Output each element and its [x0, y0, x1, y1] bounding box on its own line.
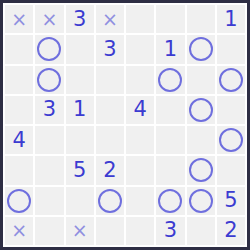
- cell-r1c6[interactable]: [187, 35, 215, 63]
- cell-r4c1[interactable]: [35, 126, 63, 154]
- cell-r6c0[interactable]: [5, 187, 33, 215]
- clue-digit: 5: [73, 160, 86, 181]
- cell-r2c2[interactable]: [66, 66, 94, 94]
- circle-mark: [37, 68, 61, 92]
- cell-r6c2[interactable]: [66, 187, 94, 215]
- cell-r7c2[interactable]: ×: [66, 217, 94, 245]
- cell-r3c0[interactable]: [5, 96, 33, 124]
- cell-r7c7[interactable]: 2: [217, 217, 245, 245]
- cell-r0c4[interactable]: [126, 5, 154, 33]
- cell-r5c7[interactable]: [217, 156, 245, 184]
- cell-r0c0[interactable]: ×: [5, 5, 33, 33]
- cell-r3c7[interactable]: [217, 96, 245, 124]
- cross-mark: ×: [11, 10, 27, 29]
- cell-r2c1[interactable]: [35, 66, 63, 94]
- circle-mark: [189, 37, 213, 61]
- cell-r7c3[interactable]: [96, 217, 124, 245]
- cell-r6c3[interactable]: [96, 187, 124, 215]
- circle-mark: [189, 158, 213, 182]
- cell-r6c4[interactable]: [126, 187, 154, 215]
- cell-r5c6[interactable]: [187, 156, 215, 184]
- cell-r2c7[interactable]: [217, 66, 245, 94]
- cell-r7c4[interactable]: [126, 217, 154, 245]
- clue-digit: 1: [73, 99, 86, 120]
- cell-r1c1[interactable]: [35, 35, 63, 63]
- clue-digit: 1: [164, 39, 177, 60]
- cell-r1c0[interactable]: [5, 35, 33, 63]
- circle-mark: [219, 68, 243, 92]
- cell-r4c2[interactable]: [66, 126, 94, 154]
- cell-r2c6[interactable]: [187, 66, 215, 94]
- cell-r1c2[interactable]: [66, 35, 94, 63]
- cell-r1c4[interactable]: [126, 35, 154, 63]
- cell-r1c7[interactable]: [217, 35, 245, 63]
- cross-mark: ×: [11, 221, 27, 240]
- circle-mark: [7, 189, 31, 213]
- cell-r4c0[interactable]: 4: [5, 126, 33, 154]
- cell-r5c4[interactable]: [126, 156, 154, 184]
- clue-digit: 3: [43, 99, 56, 120]
- cell-r5c1[interactable]: [35, 156, 63, 184]
- cell-r4c6[interactable]: [187, 126, 215, 154]
- cross-mark: ×: [41, 10, 57, 29]
- clue-digit: 3: [73, 9, 86, 30]
- cell-r2c3[interactable]: [96, 66, 124, 94]
- clue-digit: 2: [224, 220, 237, 241]
- cell-r0c6[interactable]: [187, 5, 215, 33]
- cell-r4c3[interactable]: [96, 126, 124, 154]
- cross-mark: ×: [102, 10, 118, 29]
- clue-digit: 3: [164, 220, 177, 241]
- clue-digit: 3: [103, 39, 116, 60]
- clue-digit: 4: [133, 99, 146, 120]
- cell-r3c3[interactable]: [96, 96, 124, 124]
- circle-mark: [219, 128, 243, 152]
- cell-r1c5[interactable]: 1: [156, 35, 184, 63]
- cell-r7c5[interactable]: 3: [156, 217, 184, 245]
- cell-r7c0[interactable]: ×: [5, 217, 33, 245]
- circle-mark: [98, 189, 122, 213]
- cell-r2c4[interactable]: [126, 66, 154, 94]
- cell-r6c5[interactable]: [156, 187, 184, 215]
- circle-mark: [189, 98, 213, 122]
- cell-r7c6[interactable]: [187, 217, 215, 245]
- cell-r5c5[interactable]: [156, 156, 184, 184]
- cell-r5c3[interactable]: 2: [96, 156, 124, 184]
- cell-r1c3[interactable]: 3: [96, 35, 124, 63]
- cell-r5c0[interactable]: [5, 156, 33, 184]
- cell-r3c4[interactable]: 4: [126, 96, 154, 124]
- circle-mark: [37, 37, 61, 61]
- cell-r3c1[interactable]: 3: [35, 96, 63, 124]
- puzzle-board: ××3×1313144525××32: [0, 0, 250, 250]
- clue-digit: 5: [224, 190, 237, 211]
- cell-r0c7[interactable]: 1: [217, 5, 245, 33]
- cell-r5c2[interactable]: 5: [66, 156, 94, 184]
- clue-digit: 4: [12, 130, 25, 151]
- cell-r6c7[interactable]: 5: [217, 187, 245, 215]
- cell-r3c2[interactable]: 1: [66, 96, 94, 124]
- cell-r2c0[interactable]: [5, 66, 33, 94]
- cell-r0c5[interactable]: [156, 5, 184, 33]
- circle-mark: [189, 189, 213, 213]
- cross-mark: ×: [72, 221, 88, 240]
- clue-digit: 1: [224, 9, 237, 30]
- cell-r6c6[interactable]: [187, 187, 215, 215]
- cell-r4c5[interactable]: [156, 126, 184, 154]
- circle-mark: [158, 68, 182, 92]
- cell-r0c2[interactable]: 3: [66, 5, 94, 33]
- cell-r3c5[interactable]: [156, 96, 184, 124]
- cell-r4c4[interactable]: [126, 126, 154, 154]
- circle-mark: [158, 189, 182, 213]
- cell-r6c1[interactable]: [35, 187, 63, 215]
- clue-digit: 2: [103, 160, 116, 181]
- cell-r7c1[interactable]: [35, 217, 63, 245]
- cell-r0c1[interactable]: ×: [35, 5, 63, 33]
- cell-r2c5[interactable]: [156, 66, 184, 94]
- cell-r0c3[interactable]: ×: [96, 5, 124, 33]
- cell-r3c6[interactable]: [187, 96, 215, 124]
- cell-r4c7[interactable]: [217, 126, 245, 154]
